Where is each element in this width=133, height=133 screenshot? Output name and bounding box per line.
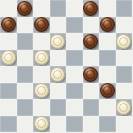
square-g7[interactable] bbox=[99, 17, 116, 34]
square-e5[interactable] bbox=[66, 50, 83, 67]
square-h1 bbox=[116, 116, 133, 133]
black-piece[interactable] bbox=[83, 67, 98, 82]
square-h8[interactable] bbox=[116, 0, 133, 17]
square-h4[interactable] bbox=[116, 66, 133, 83]
square-a2 bbox=[0, 99, 17, 116]
square-c2 bbox=[33, 99, 50, 116]
square-c3[interactable] bbox=[33, 83, 50, 100]
square-g3[interactable] bbox=[99, 83, 116, 100]
square-h5 bbox=[116, 50, 133, 67]
square-h7 bbox=[116, 17, 133, 34]
square-e1[interactable] bbox=[66, 116, 83, 133]
white-piece[interactable] bbox=[1, 50, 16, 65]
black-piece[interactable] bbox=[83, 1, 98, 16]
square-e6 bbox=[66, 33, 83, 50]
square-e8 bbox=[66, 0, 83, 17]
square-a7[interactable] bbox=[0, 17, 17, 34]
square-a5[interactable] bbox=[0, 50, 17, 67]
square-c7[interactable] bbox=[33, 17, 50, 34]
white-piece[interactable] bbox=[50, 34, 65, 49]
square-b1 bbox=[17, 116, 34, 133]
square-e7[interactable] bbox=[66, 17, 83, 34]
square-g2 bbox=[99, 99, 116, 116]
square-f7 bbox=[83, 17, 100, 34]
square-f5 bbox=[83, 50, 100, 67]
square-f4[interactable] bbox=[83, 66, 100, 83]
square-d3 bbox=[50, 83, 67, 100]
square-a6 bbox=[0, 33, 17, 50]
square-a3[interactable] bbox=[0, 83, 17, 100]
black-piece[interactable] bbox=[100, 17, 115, 32]
square-c5[interactable] bbox=[33, 50, 50, 67]
white-piece[interactable] bbox=[116, 34, 131, 49]
square-b4[interactable] bbox=[17, 66, 34, 83]
square-b5 bbox=[17, 50, 34, 67]
square-g4 bbox=[99, 66, 116, 83]
square-g5[interactable] bbox=[99, 50, 116, 67]
square-f1 bbox=[83, 116, 100, 133]
white-piece[interactable] bbox=[116, 100, 131, 115]
white-piece[interactable] bbox=[50, 67, 65, 82]
square-b8[interactable] bbox=[17, 0, 34, 17]
checkers-board bbox=[0, 0, 132, 132]
square-d2[interactable] bbox=[50, 99, 67, 116]
black-piece[interactable] bbox=[34, 17, 49, 32]
black-piece[interactable] bbox=[100, 83, 115, 98]
square-g8 bbox=[99, 0, 116, 17]
square-c6 bbox=[33, 33, 50, 50]
square-c4 bbox=[33, 66, 50, 83]
square-f2[interactable] bbox=[83, 99, 100, 116]
square-e4 bbox=[66, 66, 83, 83]
square-h3 bbox=[116, 83, 133, 100]
square-b2[interactable] bbox=[17, 99, 34, 116]
square-a4 bbox=[0, 66, 17, 83]
square-f8[interactable] bbox=[83, 0, 100, 17]
square-g1[interactable] bbox=[99, 116, 116, 133]
square-b7 bbox=[17, 17, 34, 34]
square-a8 bbox=[0, 0, 17, 17]
square-c1[interactable] bbox=[33, 116, 50, 133]
square-d8[interactable] bbox=[50, 0, 67, 17]
square-e3[interactable] bbox=[66, 83, 83, 100]
square-h6[interactable] bbox=[116, 33, 133, 50]
square-d4[interactable] bbox=[50, 66, 67, 83]
square-e2 bbox=[66, 99, 83, 116]
square-b3 bbox=[17, 83, 34, 100]
white-piece[interactable] bbox=[34, 116, 49, 131]
square-a1[interactable] bbox=[0, 116, 17, 133]
square-c8 bbox=[33, 0, 50, 17]
white-piece[interactable] bbox=[34, 83, 49, 98]
black-piece[interactable] bbox=[83, 34, 98, 49]
square-f6[interactable] bbox=[83, 33, 100, 50]
square-f3 bbox=[83, 83, 100, 100]
square-d7 bbox=[50, 17, 67, 34]
white-piece[interactable] bbox=[34, 50, 49, 65]
square-d6[interactable] bbox=[50, 33, 67, 50]
square-d5 bbox=[50, 50, 67, 67]
square-b6[interactable] bbox=[17, 33, 34, 50]
square-h2[interactable] bbox=[116, 99, 133, 116]
square-g6 bbox=[99, 33, 116, 50]
black-piece[interactable] bbox=[1, 17, 16, 32]
black-piece[interactable] bbox=[17, 1, 32, 16]
square-d1 bbox=[50, 116, 67, 133]
